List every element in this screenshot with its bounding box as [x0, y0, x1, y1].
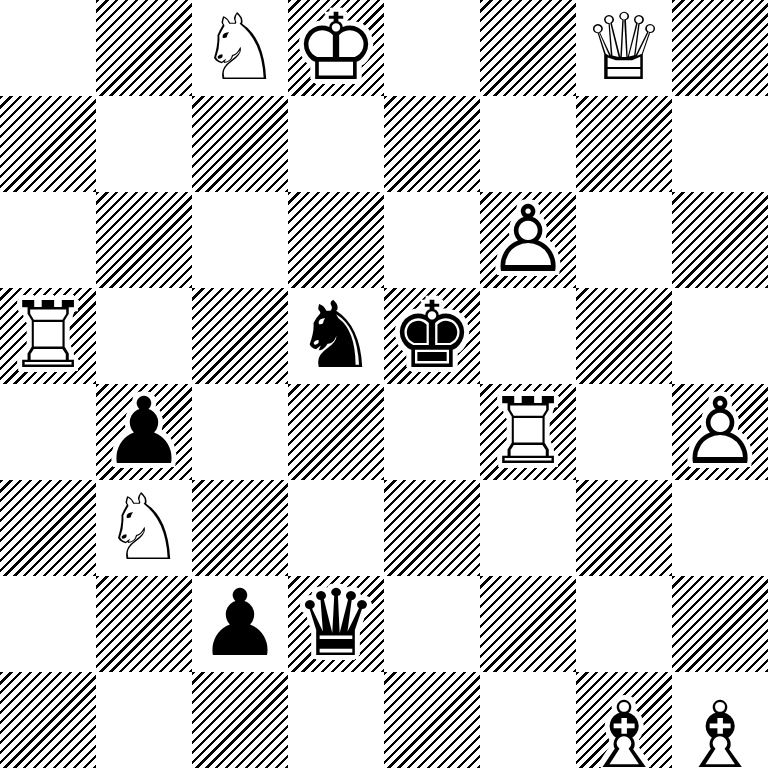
- piece-black-pawn[interactable]: ♟♟: [192, 576, 288, 672]
- square-f6[interactable]: ♟♙: [480, 192, 576, 288]
- square-h8[interactable]: [672, 0, 768, 96]
- square-b5[interactable]: [96, 288, 192, 384]
- square-c5[interactable]: [192, 288, 288, 384]
- square-h1[interactable]: ♝♗: [672, 672, 768, 768]
- square-c6[interactable]: [192, 192, 288, 288]
- square-b6[interactable]: [96, 192, 192, 288]
- square-c8[interactable]: ♞♘: [192, 0, 288, 96]
- square-d3[interactable]: [288, 480, 384, 576]
- square-a7[interactable]: [0, 96, 96, 192]
- piece-white-bishop[interactable]: ♝♗: [576, 688, 672, 768]
- white-bishop-icon: ♗: [679, 690, 761, 768]
- square-g4[interactable]: [576, 384, 672, 480]
- square-e3[interactable]: [384, 480, 480, 576]
- piece-white-knight[interactable]: ♞♘: [96, 480, 192, 576]
- square-f4[interactable]: ♜♖: [480, 384, 576, 480]
- square-a5[interactable]: ♜♖: [0, 288, 96, 384]
- square-e6[interactable]: [384, 192, 480, 288]
- black-knight-icon: ♞: [295, 290, 377, 382]
- square-e1[interactable]: [384, 672, 480, 768]
- piece-white-rook[interactable]: ♜♖: [0, 288, 96, 384]
- square-b3[interactable]: ♞♘: [96, 480, 192, 576]
- square-f3[interactable]: [480, 480, 576, 576]
- piece-white-bishop[interactable]: ♝♗: [672, 688, 768, 768]
- chess-board: ♞♘♚♔♛♕♟♙♜♖♞♞♚♚♟♟♜♖♟♙♞♘♟♟♛♛♝♗♝♗: [0, 0, 768, 768]
- square-g3[interactable]: [576, 480, 672, 576]
- square-b8[interactable]: [96, 0, 192, 96]
- white-rook-icon: ♖: [7, 290, 89, 382]
- square-a6[interactable]: [0, 192, 96, 288]
- square-b4[interactable]: ♟♟: [96, 384, 192, 480]
- piece-black-pawn[interactable]: ♟♟: [96, 384, 192, 480]
- piece-black-king[interactable]: ♚♚: [384, 288, 480, 384]
- square-a4[interactable]: [0, 384, 96, 480]
- piece-white-pawn[interactable]: ♟♙: [672, 384, 768, 480]
- square-b1[interactable]: [96, 672, 192, 768]
- white-king-icon: ♔: [295, 2, 377, 94]
- square-a3[interactable]: [0, 480, 96, 576]
- square-e4[interactable]: [384, 384, 480, 480]
- square-h2[interactable]: [672, 576, 768, 672]
- black-queen-icon: ♛: [295, 578, 377, 670]
- piece-white-rook[interactable]: ♜♖: [480, 384, 576, 480]
- white-pawn-icon: ♙: [487, 194, 569, 286]
- square-e2[interactable]: [384, 576, 480, 672]
- white-rook-icon: ♖: [487, 386, 569, 478]
- square-h7[interactable]: [672, 96, 768, 192]
- square-d8[interactable]: ♚♔: [288, 0, 384, 96]
- piece-white-pawn[interactable]: ♟♙: [480, 192, 576, 288]
- square-b2[interactable]: [96, 576, 192, 672]
- square-f8[interactable]: [480, 0, 576, 96]
- square-e5[interactable]: ♚♚: [384, 288, 480, 384]
- square-d7[interactable]: [288, 96, 384, 192]
- square-a1[interactable]: [0, 672, 96, 768]
- square-c7[interactable]: [192, 96, 288, 192]
- square-f1[interactable]: [480, 672, 576, 768]
- square-c2[interactable]: ♟♟: [192, 576, 288, 672]
- square-d5[interactable]: ♞♞: [288, 288, 384, 384]
- piece-black-queen[interactable]: ♛♛: [288, 576, 384, 672]
- black-pawn-icon: ♟: [103, 386, 185, 478]
- square-g2[interactable]: [576, 576, 672, 672]
- square-a8[interactable]: [0, 0, 96, 96]
- square-h6[interactable]: [672, 192, 768, 288]
- square-c3[interactable]: [192, 480, 288, 576]
- piece-white-king[interactable]: ♚♔: [288, 0, 384, 96]
- square-g1[interactable]: ♝♗: [576, 672, 672, 768]
- piece-white-knight[interactable]: ♞♘: [192, 0, 288, 96]
- square-d4[interactable]: [288, 384, 384, 480]
- square-c1[interactable]: [192, 672, 288, 768]
- square-g5[interactable]: [576, 288, 672, 384]
- black-pawn-icon: ♟: [199, 578, 281, 670]
- white-queen-icon: ♕: [583, 2, 665, 94]
- square-d2[interactable]: ♛♛: [288, 576, 384, 672]
- square-e8[interactable]: [384, 0, 480, 96]
- square-a2[interactable]: [0, 576, 96, 672]
- square-c4[interactable]: [192, 384, 288, 480]
- white-bishop-icon: ♗: [583, 690, 665, 768]
- square-f5[interactable]: [480, 288, 576, 384]
- white-knight-icon: ♘: [199, 2, 281, 94]
- white-pawn-icon: ♙: [679, 386, 761, 478]
- square-e7[interactable]: [384, 96, 480, 192]
- square-f7[interactable]: [480, 96, 576, 192]
- square-b7[interactable]: [96, 96, 192, 192]
- square-f2[interactable]: [480, 576, 576, 672]
- piece-black-knight[interactable]: ♞♞: [288, 288, 384, 384]
- square-g8[interactable]: ♛♕: [576, 0, 672, 96]
- white-knight-icon: ♘: [103, 482, 185, 574]
- square-d1[interactable]: [288, 672, 384, 768]
- piece-white-queen[interactable]: ♛♕: [576, 0, 672, 96]
- square-g6[interactable]: [576, 192, 672, 288]
- square-d6[interactable]: [288, 192, 384, 288]
- square-h3[interactable]: [672, 480, 768, 576]
- black-king-icon: ♚: [391, 290, 473, 382]
- square-h5[interactable]: [672, 288, 768, 384]
- square-g7[interactable]: [576, 96, 672, 192]
- square-h4[interactable]: ♟♙: [672, 384, 768, 480]
